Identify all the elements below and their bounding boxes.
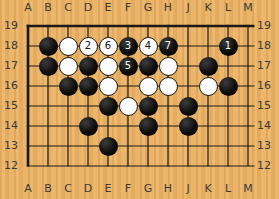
black-stone-E15 xyxy=(99,97,118,116)
black-stone-B18 xyxy=(39,37,58,56)
intersection-L14[interactable] xyxy=(218,116,238,136)
intersection-L13[interactable] xyxy=(218,136,238,156)
coord-label-C-bottom: C xyxy=(58,182,78,196)
intersection-K19[interactable] xyxy=(198,16,218,36)
intersection-C15[interactable] xyxy=(58,96,78,116)
intersection-E18[interactable]: 6 xyxy=(98,36,118,56)
intersection-M14[interactable] xyxy=(238,116,258,136)
intersection-L16[interactable] xyxy=(218,76,238,96)
intersection-G13[interactable] xyxy=(138,136,158,156)
coord-label-M-top: M xyxy=(238,1,258,15)
intersection-G17[interactable] xyxy=(138,56,158,76)
intersection-M16[interactable] xyxy=(238,76,258,96)
intersection-B13[interactable] xyxy=(38,136,58,156)
intersection-H12[interactable] xyxy=(158,156,178,176)
black-stone-E13 xyxy=(99,137,118,156)
intersection-M13[interactable] xyxy=(238,136,258,156)
coord-label-M-bottom: M xyxy=(238,182,258,196)
intersection-J19[interactable] xyxy=(178,16,198,36)
intersection-L15[interactable] xyxy=(218,96,238,116)
white-stone-G18: 4 xyxy=(139,37,158,56)
black-stone-G14 xyxy=(139,117,158,136)
intersection-D16[interactable] xyxy=(78,76,98,96)
intersection-H16[interactable] xyxy=(158,76,178,96)
coord-label-H-top: H xyxy=(158,1,178,15)
intersection-D14[interactable] xyxy=(78,116,98,136)
intersection-A19[interactable] xyxy=(18,16,38,36)
intersection-D15[interactable] xyxy=(78,96,98,116)
intersection-F17[interactable]: 5 xyxy=(118,56,138,76)
white-stone-C18 xyxy=(59,37,78,56)
intersection-G15[interactable] xyxy=(138,96,158,116)
black-stone-J14 xyxy=(179,117,198,136)
coord-label-G-top: G xyxy=(138,1,158,15)
intersection-A13[interactable] xyxy=(18,136,38,156)
intersection-H15[interactable] xyxy=(158,96,178,116)
intersection-M19[interactable] xyxy=(238,16,258,36)
coord-label-L-bottom: L xyxy=(218,182,238,196)
intersection-K13[interactable] xyxy=(198,136,218,156)
intersection-A14[interactable] xyxy=(18,116,38,136)
intersection-J15[interactable] xyxy=(178,96,198,116)
intersection-K12[interactable] xyxy=(198,156,218,176)
intersection-B19[interactable] xyxy=(38,16,58,36)
intersection-M12[interactable] xyxy=(238,156,258,176)
black-stone-L18: 1 xyxy=(219,37,238,56)
column-labels-top: ABCDEFGHJKLM xyxy=(18,1,258,15)
intersection-K14[interactable] xyxy=(198,116,218,136)
coord-label-F-top: F xyxy=(118,1,138,15)
white-stone-G16 xyxy=(139,77,158,96)
white-stone-C17 xyxy=(59,57,78,76)
black-stone-H18: 7 xyxy=(159,37,178,56)
intersection-E14[interactable] xyxy=(98,116,118,136)
coord-label-K-top: K xyxy=(198,1,218,15)
intersection-A15[interactable] xyxy=(18,96,38,116)
intersection-G19[interactable] xyxy=(138,16,158,36)
board-grid: 2634715 xyxy=(18,16,258,176)
intersection-C19[interactable] xyxy=(58,16,78,36)
intersection-H14[interactable] xyxy=(158,116,178,136)
go-board-diagram: ABCDEFGHJKLM ABCDEFGHJKLM 19181716151413… xyxy=(0,0,279,199)
intersection-K18[interactable] xyxy=(198,36,218,56)
coord-label-L-top: L xyxy=(218,1,238,15)
intersection-L17[interactable] xyxy=(218,56,238,76)
white-stone-E18: 6 xyxy=(99,37,118,56)
intersection-G18[interactable]: 4 xyxy=(138,36,158,56)
coord-label-B-top: B xyxy=(38,1,58,15)
intersection-B14[interactable] xyxy=(38,116,58,136)
intersection-E12[interactable] xyxy=(98,156,118,176)
coord-label-A-top: A xyxy=(18,1,38,15)
intersection-B17[interactable] xyxy=(38,56,58,76)
intersection-A12[interactable] xyxy=(18,156,38,176)
intersection-F19[interactable] xyxy=(118,16,138,36)
intersection-C12[interactable] xyxy=(58,156,78,176)
intersection-D17[interactable] xyxy=(78,56,98,76)
intersection-G16[interactable] xyxy=(138,76,158,96)
intersection-D18[interactable]: 2 xyxy=(78,36,98,56)
intersection-K17[interactable] xyxy=(198,56,218,76)
coord-label-H-bottom: H xyxy=(158,182,178,196)
intersection-F12[interactable] xyxy=(118,156,138,176)
intersection-D12[interactable] xyxy=(78,156,98,176)
black-stone-F17: 5 xyxy=(119,57,138,76)
move-number-3: 3 xyxy=(125,41,131,51)
move-number-4: 4 xyxy=(145,41,151,51)
black-stone-L16 xyxy=(219,77,238,96)
move-number-5: 5 xyxy=(125,61,131,71)
intersection-J17[interactable] xyxy=(178,56,198,76)
intersection-M15[interactable] xyxy=(238,96,258,116)
coord-label-D-top: D xyxy=(78,1,98,15)
intersection-H18[interactable]: 7 xyxy=(158,36,178,56)
white-stone-K16 xyxy=(199,77,218,96)
intersection-G14[interactable] xyxy=(138,116,158,136)
intersection-E17[interactable] xyxy=(98,56,118,76)
intersection-E19[interactable] xyxy=(98,16,118,36)
black-stone-G15 xyxy=(139,97,158,116)
coord-label-K-bottom: K xyxy=(198,182,218,196)
intersection-E15[interactable] xyxy=(98,96,118,116)
move-number-6: 6 xyxy=(105,41,111,51)
coord-label-J-bottom: J xyxy=(178,182,198,196)
intersection-F15[interactable] xyxy=(118,96,138,116)
black-stone-D17 xyxy=(79,57,98,76)
intersection-B18[interactable] xyxy=(38,36,58,56)
intersection-F14[interactable] xyxy=(118,116,138,136)
move-number-1: 1 xyxy=(225,41,231,51)
coord-label-J-top: J xyxy=(178,1,198,15)
white-stone-H17 xyxy=(159,57,178,76)
intersection-A16[interactable] xyxy=(18,76,38,96)
coord-label-D-bottom: D xyxy=(78,182,98,196)
coord-label-E-bottom: E xyxy=(98,182,118,196)
black-stone-D14 xyxy=(79,117,98,136)
move-number-2: 2 xyxy=(85,41,91,51)
intersection-B12[interactable] xyxy=(38,156,58,176)
intersection-F16[interactable] xyxy=(118,76,138,96)
intersection-J16[interactable] xyxy=(178,76,198,96)
intersection-K16[interactable] xyxy=(198,76,218,96)
intersection-A17[interactable] xyxy=(18,56,38,76)
intersection-J12[interactable] xyxy=(178,156,198,176)
intersection-E13[interactable] xyxy=(98,136,118,156)
coord-label-G-bottom: G xyxy=(138,182,158,196)
intersection-C18[interactable] xyxy=(58,36,78,56)
intersection-C13[interactable] xyxy=(58,136,78,156)
black-stone-B17 xyxy=(39,57,58,76)
coord-label-A-bottom: A xyxy=(18,182,38,196)
intersection-L18[interactable]: 1 xyxy=(218,36,238,56)
column-labels-bottom: ABCDEFGHJKLM xyxy=(18,182,258,196)
black-stone-D16 xyxy=(79,77,98,96)
intersection-H17[interactable] xyxy=(158,56,178,76)
black-stone-K17 xyxy=(199,57,218,76)
intersection-A18[interactable] xyxy=(18,36,38,56)
intersection-B15[interactable] xyxy=(38,96,58,116)
black-stone-G17 xyxy=(139,57,158,76)
intersection-H13[interactable] xyxy=(158,136,178,156)
intersection-E16[interactable] xyxy=(98,76,118,96)
move-number-7: 7 xyxy=(165,41,171,51)
intersection-D19[interactable] xyxy=(78,16,98,36)
intersection-J14[interactable] xyxy=(178,116,198,136)
intersection-M17[interactable] xyxy=(238,56,258,76)
intersection-K15[interactable] xyxy=(198,96,218,116)
intersection-J13[interactable] xyxy=(178,136,198,156)
intersection-C16[interactable] xyxy=(58,76,78,96)
intersection-B16[interactable] xyxy=(38,76,58,96)
intersection-C17[interactable] xyxy=(58,56,78,76)
black-stone-C16 xyxy=(59,77,78,96)
intersection-F13[interactable] xyxy=(118,136,138,156)
white-stone-E17 xyxy=(99,57,118,76)
coord-label-F-bottom: F xyxy=(118,182,138,196)
black-stone-J15 xyxy=(179,97,198,116)
intersection-M18[interactable] xyxy=(238,36,258,56)
intersection-F18[interactable]: 3 xyxy=(118,36,138,56)
intersection-J18[interactable] xyxy=(178,36,198,56)
coord-label-C-top: C xyxy=(58,1,78,15)
black-stone-F18: 3 xyxy=(119,37,138,56)
intersection-D13[interactable] xyxy=(78,136,98,156)
white-stone-E16 xyxy=(99,77,118,96)
coord-label-E-top: E xyxy=(98,1,118,15)
white-stone-F15 xyxy=(119,97,138,116)
coord-label-B-bottom: B xyxy=(38,182,58,196)
intersection-L12[interactable] xyxy=(218,156,238,176)
white-stone-D18: 2 xyxy=(79,37,98,56)
white-stone-H16 xyxy=(159,77,178,96)
intersection-G12[interactable] xyxy=(138,156,158,176)
intersection-H19[interactable] xyxy=(158,16,178,36)
intersection-C14[interactable] xyxy=(58,116,78,136)
intersection-L19[interactable] xyxy=(218,16,238,36)
